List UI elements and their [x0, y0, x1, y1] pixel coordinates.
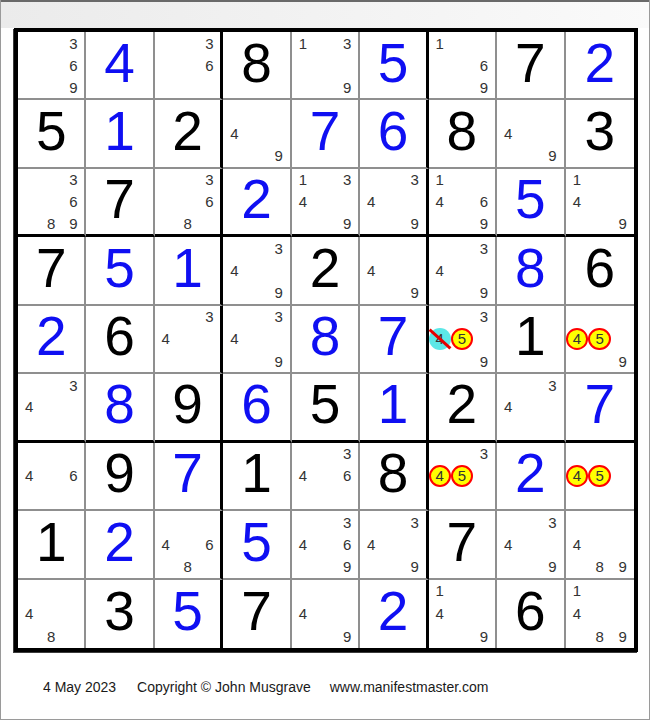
empty-slot [497, 100, 519, 122]
empty-slot [360, 213, 382, 235]
empty-slot [40, 32, 62, 54]
cell-r3c1[interactable]: 3689 [18, 169, 86, 237]
empty-slot [451, 259, 473, 281]
given-digit: 1 [36, 515, 67, 574]
cell-r7c8[interactable]: 2 [497, 443, 565, 511]
empty-slot [360, 555, 382, 577]
footer: 4 May 2023 Copyright © John Musgrave www… [43, 679, 488, 695]
empty-slot [314, 580, 336, 603]
cell-r3c8[interactable]: 5 [497, 169, 565, 237]
cell-r4c5[interactable]: 2 [292, 237, 360, 305]
empty-slot [588, 487, 611, 509]
solved-digit: 1 [378, 377, 409, 436]
cell-r9c7[interactable]: 149 [429, 580, 497, 648]
given-digit: 8 [378, 446, 409, 505]
cell-r1c9[interactable]: 2 [566, 32, 634, 100]
empty-slot [40, 169, 62, 191]
empty-slot [473, 602, 495, 625]
candidate-grid: 368 [155, 169, 220, 234]
candidate-grid: 149 [566, 169, 634, 234]
candidate-9: 9 [611, 555, 634, 577]
cell-r4c7[interactable]: 349 [429, 237, 497, 305]
given-digit: 2 [310, 241, 341, 300]
cell-r9c6[interactable]: 2 [360, 580, 428, 648]
given-digit: 3 [584, 104, 615, 163]
candidate-grid: 49 [292, 580, 358, 648]
empty-slot [18, 443, 40, 465]
empty-slot [268, 100, 290, 122]
solved-digit: 2 [104, 515, 135, 574]
cell-r4c8[interactable]: 8 [497, 237, 565, 305]
empty-slot [611, 191, 634, 213]
empty-slot [18, 487, 40, 509]
empty-slot [314, 54, 336, 76]
cell-r8c2[interactable]: 2 [86, 511, 154, 579]
given-digit: 5 [36, 104, 67, 163]
candidate-4: 4 [223, 123, 245, 145]
candidate-9: 9 [268, 145, 290, 167]
solved-digit: 2 [36, 309, 67, 368]
empty-slot [336, 54, 358, 76]
candidate-grid: 349 [497, 511, 563, 577]
empty-slot [404, 237, 426, 259]
solved-digit: 7 [172, 446, 203, 505]
cell-r1c8[interactable]: 7 [497, 32, 565, 100]
cell-r5c5[interactable]: 8 [292, 306, 360, 374]
empty-slot [451, 76, 473, 98]
footer-website: www.manifestmaster.com [330, 679, 489, 695]
window-top-bar [1, 0, 649, 28]
empty-slot [223, 100, 245, 122]
empty-slot [382, 511, 404, 533]
candidate-1: 1 [292, 32, 314, 54]
cell-r9c8[interactable]: 6 [497, 580, 565, 648]
cell-r5c8[interactable]: 1 [497, 306, 565, 374]
given-digit: 5 [310, 377, 341, 436]
candidate-6: 6 [62, 191, 84, 213]
candidate-8: 8 [40, 625, 62, 648]
empty-slot [541, 123, 563, 145]
cell-r4c3[interactable]: 1 [155, 237, 223, 305]
cell-r7c9[interactable]: 45 [566, 443, 634, 511]
empty-slot [429, 76, 451, 98]
cell-r2c6[interactable]: 6 [360, 100, 428, 168]
candidate-6: 6 [199, 54, 221, 76]
solved-digit: 7 [378, 309, 409, 368]
candidate-9: 9 [541, 145, 563, 167]
cell-r1c1[interactable]: 369 [18, 32, 86, 100]
cell-r7c5[interactable]: 346 [292, 443, 360, 511]
cell-r6c4[interactable]: 6 [223, 374, 291, 442]
cell-r7c6[interactable]: 8 [360, 443, 428, 511]
empty-slot [155, 169, 177, 191]
candidate-grid: 346 [292, 443, 358, 509]
cell-r5c9[interactable]: 459 [566, 306, 634, 374]
empty-slot [588, 443, 611, 465]
candidate-grid: 369 [18, 32, 84, 98]
candidate-3: 3 [62, 169, 84, 191]
empty-slot [360, 282, 382, 304]
candidate-3: 3 [473, 237, 495, 259]
cell-r7c2[interactable]: 9 [86, 443, 154, 511]
cell-r8c4[interactable]: 5 [223, 511, 291, 579]
candidate-3: 3 [404, 511, 426, 533]
cell-r2c4[interactable]: 49 [223, 100, 291, 168]
candidate-grid: 3469 [292, 511, 358, 577]
empty-slot [497, 511, 519, 533]
solved-digit: 5 [378, 36, 409, 95]
empty-slot [566, 625, 589, 648]
candidate-9: 9 [473, 282, 495, 304]
candidate-1: 1 [292, 169, 314, 191]
cell-r2c7[interactable]: 8 [429, 100, 497, 168]
empty-slot [429, 443, 451, 465]
cell-r9c2[interactable]: 3 [86, 580, 154, 648]
empty-slot [451, 213, 473, 235]
candidate-1: 1 [566, 169, 589, 191]
candidate-4: 4 [566, 533, 589, 555]
candidate-9: 9 [611, 625, 634, 648]
solved-digit: 2 [378, 584, 409, 643]
empty-slot [245, 282, 267, 304]
empty-slot [382, 237, 404, 259]
cell-r2c8[interactable]: 49 [497, 100, 565, 168]
cell-r8c9[interactable]: 489 [566, 511, 634, 579]
empty-slot [541, 418, 563, 440]
empty-slot [245, 100, 267, 122]
cell-r8c1[interactable]: 1 [18, 511, 86, 579]
candidate-3: 3 [473, 306, 495, 328]
candidate-grid: 3459 [429, 306, 495, 372]
empty-slot [382, 191, 404, 213]
empty-slot [155, 32, 177, 54]
empty-slot [18, 374, 40, 396]
cell-r5c1[interactable]: 2 [18, 306, 86, 374]
empty-slot [177, 191, 199, 213]
empty-slot [451, 625, 473, 648]
candidate-3: 3 [268, 306, 290, 328]
empty-slot [451, 443, 473, 465]
empty-slot [611, 328, 634, 350]
cell-r4c2[interactable]: 5 [86, 237, 154, 305]
empty-slot [314, 533, 336, 555]
empty-slot [177, 169, 199, 191]
candidate-3: 3 [62, 374, 84, 396]
cell-r9c4[interactable]: 7 [223, 580, 291, 648]
candidate-6: 6 [62, 465, 84, 487]
cell-r9c1[interactable]: 48 [18, 580, 86, 648]
empty-slot [18, 76, 40, 98]
candidate-4: 4 [292, 465, 314, 487]
empty-slot [497, 374, 519, 396]
empty-slot [314, 625, 336, 648]
cell-r2c3[interactable]: 2 [155, 100, 223, 168]
candidate-9: 9 [541, 555, 563, 577]
cell-r5c6[interactable]: 7 [360, 306, 428, 374]
empty-slot [429, 213, 451, 235]
empty-slot [314, 487, 336, 509]
empty-slot [40, 396, 62, 418]
cell-r5c7[interactable]: 3459 [429, 306, 497, 374]
empty-slot [40, 602, 62, 625]
candidate-5-circled: 5 [588, 465, 611, 487]
candidate-grid: 489 [566, 511, 634, 577]
solved-digit: 6 [378, 104, 409, 163]
candidate-grid: 34 [18, 374, 84, 439]
cell-r1c5[interactable]: 139 [292, 32, 360, 100]
candidate-grid: 1489 [566, 580, 634, 648]
cell-r6c6[interactable]: 1 [360, 374, 428, 442]
empty-slot [245, 123, 267, 145]
given-digit: 2 [172, 104, 203, 163]
empty-slot [223, 350, 245, 372]
empty-slot [40, 465, 62, 487]
cell-r2c1[interactable]: 5 [18, 100, 86, 168]
empty-slot [497, 145, 519, 167]
cell-r6c5[interactable]: 5 [292, 374, 360, 442]
cell-r1c3[interactable]: 36 [155, 32, 223, 100]
candidate-9: 9 [473, 350, 495, 372]
candidate-4-circled: 4 [566, 465, 589, 487]
empty-slot [473, 259, 495, 281]
empty-slot [451, 602, 473, 625]
empty-slot [177, 350, 199, 372]
candidate-4: 4 [18, 465, 40, 487]
cell-r2c5[interactable]: 7 [292, 100, 360, 168]
empty-slot [382, 259, 404, 281]
solved-digit: 8 [104, 377, 135, 436]
cell-r9c3[interactable]: 5 [155, 580, 223, 648]
empty-slot [451, 32, 473, 54]
empty-slot [429, 54, 451, 76]
empty-slot [314, 32, 336, 54]
empty-slot [177, 533, 199, 555]
footer-copyright: Copyright © John Musgrave [137, 679, 311, 695]
empty-slot [292, 555, 314, 577]
candidate-6: 6 [473, 191, 495, 213]
candidate-grid: 48 [18, 580, 84, 648]
solved-digit: 8 [515, 241, 546, 300]
empty-slot [223, 237, 245, 259]
candidate-5-circled: 5 [451, 328, 473, 350]
empty-slot [314, 169, 336, 191]
cell-r3c4[interactable]: 2 [223, 169, 291, 237]
candidate-1: 1 [429, 32, 451, 54]
empty-slot [223, 145, 245, 167]
empty-slot [473, 328, 495, 350]
empty-slot [40, 443, 62, 465]
cell-r6c3[interactable]: 9 [155, 374, 223, 442]
given-digit: 8 [447, 104, 478, 163]
empty-slot [199, 511, 221, 533]
empty-slot [40, 374, 62, 396]
candidate-4: 4 [155, 533, 177, 555]
candidate-4: 4 [566, 191, 589, 213]
empty-slot [588, 306, 611, 328]
empty-slot [497, 555, 519, 577]
empty-slot [245, 259, 267, 281]
given-digit: 6 [584, 241, 615, 300]
candidate-4: 4 [292, 602, 314, 625]
candidate-4: 4 [497, 396, 519, 418]
empty-slot [429, 237, 451, 259]
cell-r4c6[interactable]: 49 [360, 237, 428, 305]
empty-slot [611, 465, 634, 487]
cell-r1c6[interactable]: 5 [360, 32, 428, 100]
empty-slot [18, 213, 40, 235]
cell-r4c9[interactable]: 6 [566, 237, 634, 305]
candidate-6: 6 [473, 54, 495, 76]
cell-r5c3[interactable]: 34 [155, 306, 223, 374]
empty-slot [40, 54, 62, 76]
candidate-4: 4 [429, 191, 451, 213]
cell-r1c2[interactable]: 4 [86, 32, 154, 100]
empty-slot [588, 511, 611, 533]
solved-digit: 2 [241, 172, 272, 231]
empty-slot [519, 145, 541, 167]
cell-r3c2[interactable]: 7 [86, 169, 154, 237]
empty-slot [473, 465, 495, 487]
empty-slot [40, 418, 62, 440]
cell-r7c4[interactable]: 1 [223, 443, 291, 511]
empty-slot [314, 602, 336, 625]
empty-slot [473, 580, 495, 603]
cell-r5c4[interactable]: 349 [223, 306, 291, 374]
candidate-4: 4 [497, 123, 519, 145]
empty-slot [314, 511, 336, 533]
cell-r8c5[interactable]: 3469 [292, 511, 360, 579]
cell-r3c3[interactable]: 368 [155, 169, 223, 237]
empty-slot [223, 306, 245, 328]
solved-digit: 5 [241, 515, 272, 574]
solved-digit: 1 [172, 241, 203, 300]
empty-slot [588, 169, 611, 191]
empty-slot [314, 213, 336, 235]
empty-slot [382, 555, 404, 577]
candidate-6: 6 [62, 54, 84, 76]
empty-slot [245, 237, 267, 259]
candidate-grid: 349 [223, 237, 289, 303]
candidate-grid: 3689 [18, 169, 84, 234]
cell-r3c9[interactable]: 149 [566, 169, 634, 237]
empty-slot [62, 602, 84, 625]
given-digit: 7 [104, 172, 135, 231]
cell-r7c3[interactable]: 7 [155, 443, 223, 511]
candidate-grid: 169 [429, 32, 495, 98]
cell-r8c3[interactable]: 468 [155, 511, 223, 579]
empty-slot [451, 237, 473, 259]
empty-slot [566, 511, 589, 533]
empty-slot [473, 487, 495, 509]
cell-r7c1[interactable]: 46 [18, 443, 86, 511]
cell-r9c5[interactable]: 49 [292, 580, 360, 648]
candidate-9: 9 [336, 555, 358, 577]
empty-slot [566, 555, 589, 577]
empty-slot [292, 213, 314, 235]
cell-r7c7[interactable]: 345 [429, 443, 497, 511]
candidate-4: 4 [429, 259, 451, 281]
empty-slot [155, 191, 177, 213]
given-digit: 9 [104, 446, 135, 505]
cell-r6c1[interactable]: 34 [18, 374, 86, 442]
empty-slot [566, 213, 589, 235]
cell-r3c5[interactable]: 1349 [292, 169, 360, 237]
cell-r3c6[interactable]: 349 [360, 169, 428, 237]
empty-slot [588, 533, 611, 555]
cell-r1c7[interactable]: 169 [429, 32, 497, 100]
candidate-9: 9 [611, 213, 634, 235]
cell-r8c8[interactable]: 349 [497, 511, 565, 579]
candidate-4: 4 [429, 602, 451, 625]
candidate-3: 3 [268, 237, 290, 259]
empty-slot [292, 580, 314, 603]
candidate-9: 9 [336, 76, 358, 98]
candidate-9: 9 [62, 76, 84, 98]
candidate-8: 8 [588, 555, 611, 577]
empty-slot [360, 169, 382, 191]
candidate-grid: 345 [429, 443, 495, 509]
empty-slot [611, 487, 634, 509]
empty-slot [451, 282, 473, 304]
empty-slot [177, 306, 199, 328]
empty-slot [40, 191, 62, 213]
solved-digit: 4 [104, 36, 135, 95]
empty-slot [199, 555, 221, 577]
cell-r1c4[interactable]: 8 [223, 32, 291, 100]
empty-slot [451, 169, 473, 191]
empty-slot [473, 32, 495, 54]
empty-slot [404, 191, 426, 213]
empty-slot [314, 443, 336, 465]
cell-r3c7[interactable]: 1469 [429, 169, 497, 237]
candidate-4: 4 [360, 533, 382, 555]
empty-slot [566, 443, 589, 465]
solved-digit: 2 [584, 36, 615, 95]
cell-r4c1[interactable]: 7 [18, 237, 86, 305]
empty-slot [611, 580, 634, 603]
given-digit: 7 [241, 584, 272, 643]
empty-slot [40, 580, 62, 603]
empty-slot [155, 54, 177, 76]
candidate-3: 3 [199, 32, 221, 54]
given-digit: 1 [515, 309, 546, 368]
candidate-3: 3 [541, 374, 563, 396]
empty-slot [62, 625, 84, 648]
candidate-4: 4 [18, 602, 40, 625]
candidate-grid: 459 [566, 306, 634, 372]
candidate-4: 4 [497, 533, 519, 555]
cell-r6c9[interactable]: 7 [566, 374, 634, 442]
cell-r2c2[interactable]: 1 [86, 100, 154, 168]
empty-slot [268, 259, 290, 281]
cell-r4c4[interactable]: 349 [223, 237, 291, 305]
empty-slot [199, 213, 221, 235]
empty-slot [268, 328, 290, 350]
cell-r9c9[interactable]: 1489 [566, 580, 634, 648]
cell-r6c7[interactable]: 2 [429, 374, 497, 442]
empty-slot [588, 602, 611, 625]
empty-slot [155, 306, 177, 328]
cell-r6c2[interactable]: 8 [86, 374, 154, 442]
cell-r5c2[interactable]: 6 [86, 306, 154, 374]
cell-r8c6[interactable]: 349 [360, 511, 428, 579]
cell-r8c7[interactable]: 7 [429, 511, 497, 579]
cell-r2c9[interactable]: 3 [566, 100, 634, 168]
empty-slot [611, 511, 634, 533]
cell-r6c8[interactable]: 34 [497, 374, 565, 442]
empty-slot [155, 76, 177, 98]
empty-slot [292, 54, 314, 76]
